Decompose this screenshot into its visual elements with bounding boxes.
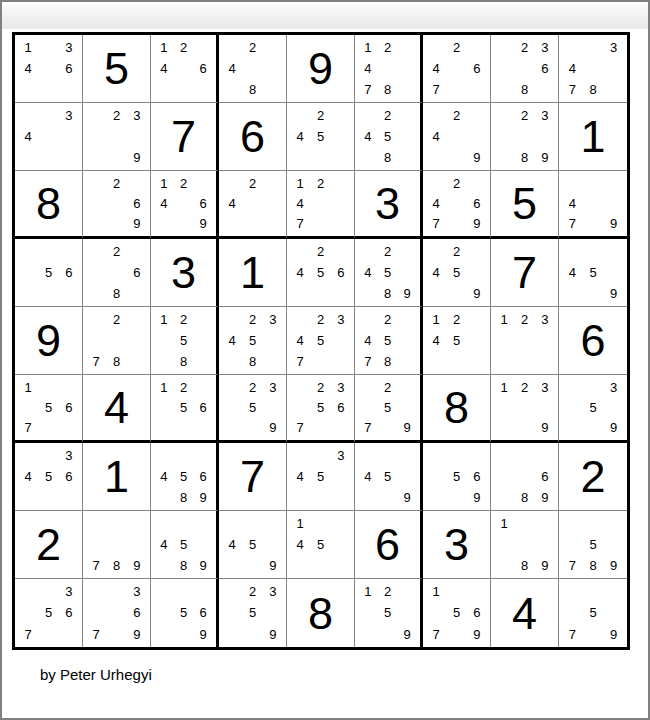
cell-r4c7[interactable]: 2459: [423, 239, 491, 307]
candidate: 2: [514, 37, 534, 58]
cell-value: 7: [512, 250, 537, 295]
cell-r3c8[interactable]: 5: [491, 171, 559, 239]
candidate: [310, 418, 330, 438]
candidate: [242, 624, 262, 645]
candidate: [38, 37, 58, 58]
candidate: [222, 397, 242, 417]
candidate: [106, 513, 126, 534]
cell-r2c1[interactable]: 34: [15, 103, 83, 171]
candidate-grid: 1246: [151, 35, 216, 102]
cell-r4c6[interactable]: 24589: [355, 239, 423, 307]
candidate: 7: [358, 418, 378, 438]
candidate: 9: [193, 624, 213, 645]
candidate-grid: 248: [219, 35, 286, 102]
candidate: [426, 241, 446, 262]
candidate: 5: [310, 126, 330, 147]
candidate: [263, 79, 283, 100]
candidate: 2: [310, 173, 330, 193]
cell-r1c3[interactable]: 1246: [151, 35, 219, 103]
candidate: [583, 377, 604, 397]
cell-r5c1[interactable]: 9: [15, 307, 83, 375]
candidate: [86, 581, 106, 602]
cell-r3c7[interactable]: 24679: [423, 171, 491, 239]
candidate: 5: [378, 602, 398, 623]
cell-r4c2[interactable]: 268: [83, 239, 151, 307]
candidate: 9: [603, 418, 624, 438]
candidate: [38, 58, 58, 79]
candidate: [583, 58, 604, 79]
cell-r6c8[interactable]: 1239: [491, 375, 559, 443]
candidate: [154, 330, 174, 351]
candidate-grid: 2359: [219, 579, 286, 647]
cell-r2c9[interactable]: 1: [559, 103, 627, 171]
candidate-grid: 1245: [423, 307, 490, 374]
cell-r2c3[interactable]: 7: [151, 103, 219, 171]
candidate: [242, 418, 262, 438]
candidate: 4: [222, 534, 242, 555]
cell-r5c8[interactable]: 123: [491, 307, 559, 375]
candidate: [603, 79, 624, 100]
candidate-grid: 45689: [151, 443, 216, 510]
candidate: 5: [378, 330, 398, 351]
candidate: 7: [290, 351, 310, 372]
cell-r1c5[interactable]: 9: [287, 35, 355, 103]
cell-r7c9[interactable]: 2: [559, 443, 627, 511]
candidate: 4: [154, 58, 174, 79]
candidate: [397, 58, 417, 79]
candidate: [86, 534, 106, 555]
candidate: [290, 283, 310, 304]
candidate: [535, 330, 555, 351]
cell-r7c1[interactable]: 3456: [15, 443, 83, 511]
cell-r4c9[interactable]: 459: [559, 239, 627, 307]
candidate: [535, 126, 555, 147]
candidate: [397, 397, 417, 417]
cell-r8c6[interactable]: 6: [355, 511, 423, 579]
candidate-grid: 249: [423, 103, 490, 170]
app-window: 1346512462489124782467236834783423976245…: [0, 0, 650, 720]
cell-value: 1: [240, 250, 265, 295]
candidate: [514, 58, 534, 79]
candidate: [358, 309, 378, 330]
candidate: [583, 283, 604, 304]
candidate-grid: 268: [83, 239, 150, 306]
cell-r8c1[interactable]: 2: [15, 511, 83, 579]
candidate: 8: [242, 351, 262, 372]
candidate: 5: [583, 262, 604, 283]
candidate: [426, 173, 446, 193]
candidate: [514, 466, 534, 487]
candidate: [467, 79, 487, 100]
candidate: [290, 487, 310, 508]
cell-r4c8[interactable]: 7: [491, 239, 559, 307]
cell-r4c5[interactable]: 2456: [287, 239, 355, 307]
cell-r6c1[interactable]: 1567: [15, 375, 83, 443]
candidate: 5: [38, 602, 58, 623]
candidate: [174, 581, 194, 602]
candidate: 6: [59, 466, 79, 487]
candidate: [174, 513, 194, 534]
cell-r6c5[interactable]: 23567: [287, 375, 355, 443]
candidate: [106, 262, 126, 283]
candidate: [603, 173, 624, 193]
candidate: 1: [154, 173, 174, 193]
candidate: [86, 602, 106, 623]
candidate: [193, 377, 213, 397]
candidate: 5: [38, 466, 58, 487]
candidate: 2: [174, 37, 194, 58]
cell-r2c4[interactable]: 6: [219, 103, 287, 171]
candidate: [583, 173, 604, 193]
candidate: 4: [290, 466, 310, 487]
candidate: [467, 330, 487, 351]
cell-r9c3[interactable]: 569: [151, 579, 219, 647]
candidate: 6: [59, 602, 79, 623]
candidate: 1: [18, 37, 38, 58]
candidate: [154, 397, 174, 417]
candidate: [106, 193, 126, 213]
cell-r3c3[interactable]: 12469: [151, 171, 219, 239]
candidate: [494, 466, 514, 487]
cell-r7c6[interactable]: 459: [355, 443, 423, 511]
cell-r5c7[interactable]: 1245: [423, 307, 491, 375]
cell-r7c2[interactable]: 1: [83, 443, 151, 511]
cell-value: 6: [375, 522, 400, 567]
candidate: 5: [583, 534, 604, 555]
candidate: [494, 351, 514, 372]
cell-value: 3: [375, 181, 400, 226]
cell-r6c3[interactable]: 1256: [151, 375, 219, 443]
cell-r3c6[interactable]: 3: [355, 171, 423, 239]
candidate: 8: [514, 487, 534, 508]
candidate-grid: 3679: [83, 579, 150, 647]
candidate: [446, 193, 466, 213]
cell-r7c3[interactable]: 45689: [151, 443, 219, 511]
cell-r9c4[interactable]: 2359: [219, 579, 287, 647]
candidate: 9: [603, 214, 624, 234]
candidate: 8: [242, 79, 262, 100]
candidate-grid: 1247: [287, 171, 354, 236]
candidate: 1: [426, 309, 446, 330]
cell-r2c6[interactable]: 2458: [355, 103, 423, 171]
candidate: [59, 377, 79, 397]
candidate: 4: [358, 126, 378, 147]
cell-r5c4[interactable]: 23458: [219, 307, 287, 375]
candidate: 2: [446, 241, 466, 262]
candidate: [358, 147, 378, 168]
candidate: [18, 262, 38, 283]
candidate: [331, 241, 351, 262]
candidate: 6: [535, 466, 555, 487]
candidate: 5: [310, 397, 330, 417]
cell-r8c8[interactable]: 189: [491, 511, 559, 579]
candidate: [86, 330, 106, 351]
candidate: [331, 487, 351, 508]
candidate: 4: [426, 126, 446, 147]
candidate: 7: [18, 418, 38, 438]
candidate: [467, 309, 487, 330]
candidate: 9: [467, 214, 487, 234]
candidate: 2: [446, 105, 466, 126]
cell-r5c2[interactable]: 278: [83, 307, 151, 375]
candidate: [331, 418, 351, 438]
candidate-grid: 1346: [15, 35, 82, 102]
cell-r6c7[interactable]: 8: [423, 375, 491, 443]
candidate: [583, 37, 604, 58]
candidate: [494, 105, 514, 126]
cell-r8c3[interactable]: 4589: [151, 511, 219, 579]
candidate: [38, 241, 58, 262]
candidate: 9: [193, 214, 213, 234]
candidate: 4: [18, 126, 38, 147]
candidate: [106, 147, 126, 168]
candidate: 1: [358, 37, 378, 58]
cell-r1c7[interactable]: 2467: [423, 35, 491, 103]
candidate: 3: [331, 445, 351, 466]
candidate-grid: 24: [219, 171, 286, 236]
candidate-grid: 2389: [491, 103, 558, 170]
cell-r8c4[interactable]: 459: [219, 511, 287, 579]
candidate: 7: [562, 624, 583, 645]
candidate: [154, 602, 174, 623]
candidate: 5: [242, 330, 262, 351]
candidate-grid: 4589: [151, 511, 216, 578]
cell-r6c2[interactable]: 4: [83, 375, 151, 443]
cell-value: 2: [36, 522, 61, 567]
candidate-grid: 3478: [559, 35, 627, 102]
candidate: 9: [127, 555, 147, 576]
cell-r1c4[interactable]: 248: [219, 35, 287, 103]
candidate: [603, 581, 624, 602]
candidate: [358, 602, 378, 623]
candidate: [38, 147, 58, 168]
candidate-grid: 459: [219, 511, 286, 578]
cell-r1c6[interactable]: 12478: [355, 35, 423, 103]
candidate: 8: [174, 487, 194, 508]
candidate: [193, 418, 213, 438]
candidate: 7: [358, 351, 378, 372]
candidate: [193, 309, 213, 330]
candidate: 6: [193, 193, 213, 213]
candidate: [397, 37, 417, 58]
cell-value: 3: [171, 250, 196, 295]
cell-r9c6[interactable]: 1259: [355, 579, 423, 647]
candidate: [106, 330, 126, 351]
candidate: 4: [18, 466, 38, 487]
cell-r6c9[interactable]: 359: [559, 375, 627, 443]
candidate: 9: [535, 555, 555, 576]
cell-r4c3[interactable]: 3: [151, 239, 219, 307]
candidate: [154, 351, 174, 372]
candidate: 2: [242, 173, 262, 193]
candidate: [562, 37, 583, 58]
candidate: [222, 513, 242, 534]
candidate: [18, 445, 38, 466]
cell-r9c1[interactable]: 3567: [15, 579, 83, 647]
cell-r1c2[interactable]: 5: [83, 35, 151, 103]
candidate: 8: [514, 555, 534, 576]
cell-r8c9[interactable]: 5789: [559, 511, 627, 579]
cell-r9c7[interactable]: 15679: [423, 579, 491, 647]
candidate: [331, 126, 351, 147]
cell-r7c4[interactable]: 7: [219, 443, 287, 511]
candidate: 2: [446, 173, 466, 193]
candidate: [494, 58, 514, 79]
candidate: [263, 351, 283, 372]
candidate-grid: 123: [491, 307, 558, 374]
candidate: 4: [426, 58, 446, 79]
candidate: [127, 309, 147, 330]
candidate: [106, 624, 126, 645]
cell-r9c2[interactable]: 3679: [83, 579, 151, 647]
candidate: [331, 534, 351, 555]
candidate: [86, 309, 106, 330]
candidate: 2: [174, 377, 194, 397]
candidate: [562, 241, 583, 262]
cell-r6c4[interactable]: 2359: [219, 375, 287, 443]
candidate: 9: [263, 624, 283, 645]
candidate: 9: [467, 147, 487, 168]
candidate: 4: [222, 330, 242, 351]
candidate: [310, 513, 330, 534]
cell-r3c5[interactable]: 1247: [287, 171, 355, 239]
candidate: [583, 241, 604, 262]
cell-r5c6[interactable]: 24578: [355, 307, 423, 375]
candidate: [603, 534, 624, 555]
cell-r3c4[interactable]: 24: [219, 171, 287, 239]
candidate: [426, 283, 446, 304]
candidate: [18, 147, 38, 168]
candidate: [514, 513, 534, 534]
candidate: [535, 513, 555, 534]
candidate: [331, 105, 351, 126]
candidate: 3: [59, 37, 79, 58]
candidate: 6: [127, 262, 147, 283]
candidate: [193, 79, 213, 100]
cell-r3c2[interactable]: 269: [83, 171, 151, 239]
candidate: 4: [154, 193, 174, 213]
candidate: 4: [18, 58, 38, 79]
candidate: 5: [378, 126, 398, 147]
cell-r1c1[interactable]: 1346: [15, 35, 83, 103]
cell-value: 7: [171, 114, 196, 159]
cell-r2c8[interactable]: 2389: [491, 103, 559, 171]
cell-r7c8[interactable]: 689: [491, 443, 559, 511]
candidate-grid: 569: [423, 443, 490, 510]
candidate: [583, 513, 604, 534]
candidate: [127, 241, 147, 262]
candidate-grid: 2459: [423, 239, 490, 306]
cell-r9c8[interactable]: 4: [491, 579, 559, 647]
candidate-grid: 24679: [423, 171, 490, 236]
candidate: 5: [310, 330, 330, 351]
cell-r7c5[interactable]: 345: [287, 443, 355, 511]
candidate: [174, 418, 194, 438]
cell-r5c9[interactable]: 6: [559, 307, 627, 375]
candidate-grid: 1567: [15, 375, 82, 440]
candidate: [222, 309, 242, 330]
candidate: [38, 377, 58, 397]
candidate: [38, 79, 58, 100]
cell-r1c9[interactable]: 3478: [559, 35, 627, 103]
cell-r3c9[interactable]: 479: [559, 171, 627, 239]
cell-r4c1[interactable]: 56: [15, 239, 83, 307]
cell-r7c7[interactable]: 569: [423, 443, 491, 511]
candidate-grid: 459: [355, 443, 420, 510]
candidate: 7: [290, 418, 310, 438]
candidate: [18, 283, 38, 304]
candidate-grid: 2456: [287, 239, 354, 306]
cell-r8c2[interactable]: 789: [83, 511, 151, 579]
candidate: 5: [310, 262, 330, 283]
candidate-grid: 1259: [355, 579, 420, 647]
candidate: [59, 487, 79, 508]
candidate: [603, 193, 624, 213]
candidate: 9: [397, 418, 417, 438]
candidate: [397, 445, 417, 466]
candidate: [583, 581, 604, 602]
cell-r5c5[interactable]: 23457: [287, 307, 355, 375]
candidate: 5: [174, 330, 194, 351]
candidate: 1: [290, 173, 310, 193]
candidate: 3: [603, 37, 624, 58]
candidate: [106, 602, 126, 623]
cell-r9c9[interactable]: 579: [559, 579, 627, 647]
candidate: 4: [358, 330, 378, 351]
candidate-grid: 3567: [15, 579, 82, 647]
candidate: [38, 283, 58, 304]
candidate: [446, 351, 466, 372]
candidate: 6: [535, 58, 555, 79]
candidate: 1: [154, 377, 174, 397]
candidate: 7: [18, 624, 38, 645]
candidate: 8: [583, 79, 604, 100]
candidate: [310, 351, 330, 372]
candidate-grid: 23458: [219, 307, 286, 374]
candidate-grid: 23457: [287, 307, 354, 374]
candidate: 7: [86, 351, 106, 372]
candidate-grid: 359: [559, 375, 627, 440]
candidate: 3: [127, 581, 147, 602]
candidate: 4: [290, 262, 310, 283]
cell-r9c5[interactable]: 8: [287, 579, 355, 647]
cell-r6c6[interactable]: 2579: [355, 375, 423, 443]
candidate: 1: [494, 377, 514, 397]
cell-r4c4[interactable]: 1: [219, 239, 287, 307]
candidate: [290, 377, 310, 397]
cell-r5c3[interactable]: 1258: [151, 307, 219, 375]
candidate: [467, 241, 487, 262]
cell-value: 6: [240, 114, 265, 159]
candidate-grid: 1239: [491, 375, 558, 440]
candidate-grid: 145: [287, 511, 354, 578]
candidate: [494, 418, 514, 438]
cell-r3c1[interactable]: 8: [15, 171, 83, 239]
cell-r1c8[interactable]: 2368: [491, 35, 559, 103]
candidate: 2: [378, 309, 398, 330]
candidate: [397, 309, 417, 330]
cell-r2c5[interactable]: 245: [287, 103, 355, 171]
cell-r8c5[interactable]: 145: [287, 511, 355, 579]
candidate: [446, 126, 466, 147]
cell-r2c7[interactable]: 249: [423, 103, 491, 171]
candidate: [514, 126, 534, 147]
candidate: 2: [378, 105, 398, 126]
candidate: 8: [514, 79, 534, 100]
cell-r2c2[interactable]: 239: [83, 103, 151, 171]
candidate: [331, 173, 351, 193]
cell-r8c7[interactable]: 3: [423, 511, 491, 579]
